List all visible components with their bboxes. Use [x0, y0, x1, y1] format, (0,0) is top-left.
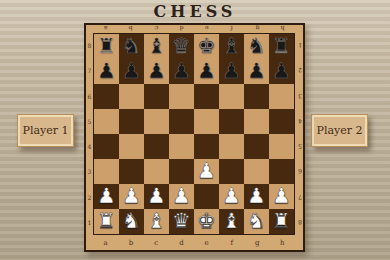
rank-label-8: 8: [295, 210, 305, 235]
square-f7[interactable]: ♟: [219, 59, 244, 84]
piece-black-bishop: ♝: [222, 34, 241, 59]
piece-black-rook: ♜: [97, 34, 116, 59]
square-d2[interactable]: ♟: [169, 184, 194, 209]
square-a4[interactable]: [94, 134, 119, 159]
file-label-e: e: [194, 25, 219, 33]
piece-black-pawn: ♟: [97, 59, 116, 84]
square-f4[interactable]: [219, 134, 244, 159]
square-a5[interactable]: [94, 109, 119, 134]
piece-white-pawn: ♟: [272, 184, 291, 209]
square-d1[interactable]: ♛: [169, 209, 194, 234]
square-d6[interactable]: [169, 84, 194, 109]
square-f5[interactable]: [219, 109, 244, 134]
file-label-a: a: [93, 236, 118, 249]
square-b5[interactable]: [119, 109, 144, 134]
rank-label-8: 8: [86, 33, 93, 58]
page-title: CHESS: [0, 2, 390, 21]
file-label-e: e: [194, 236, 219, 249]
square-e7[interactable]: ♟: [194, 59, 219, 84]
player2-label-box[interactable]: Player 2: [311, 114, 368, 147]
file-label-f: f: [219, 236, 244, 249]
piece-black-pawn: ♟: [147, 59, 166, 84]
square-h5[interactable]: [269, 109, 294, 134]
square-e4[interactable]: [194, 134, 219, 159]
square-c8[interactable]: ♝: [144, 34, 169, 59]
player1-label: Player 1: [23, 124, 69, 137]
piece-white-rook: ♜: [272, 209, 291, 234]
file-labels-top: abcdefgh: [93, 25, 295, 33]
square-g5[interactable]: [244, 109, 269, 134]
file-label-h: h: [270, 236, 295, 249]
file-label-h: h: [270, 25, 295, 33]
rank-label-1: 1: [295, 33, 305, 58]
square-g1[interactable]: ♞: [244, 209, 269, 234]
piece-black-pawn: ♟: [172, 59, 191, 84]
square-h6[interactable]: [269, 84, 294, 109]
square-g6[interactable]: [244, 84, 269, 109]
piece-white-pawn: ♟: [97, 184, 116, 209]
square-d5[interactable]: [169, 109, 194, 134]
rank-label-2: 2: [86, 185, 93, 210]
square-c7[interactable]: ♟: [144, 59, 169, 84]
rank-label-7: 7: [86, 58, 93, 83]
piece-black-pawn: ♟: [197, 59, 216, 84]
piece-black-pawn: ♟: [122, 59, 141, 84]
square-b6[interactable]: [119, 84, 144, 109]
piece-white-pawn: ♟: [247, 184, 266, 209]
square-a7[interactable]: ♟: [94, 59, 119, 84]
file-label-f: f: [219, 25, 244, 33]
square-b1[interactable]: ♞: [119, 209, 144, 234]
file-label-b: b: [118, 25, 143, 33]
square-h2[interactable]: ♟: [269, 184, 294, 209]
player1-label-box[interactable]: Player 1: [17, 114, 74, 147]
square-f1[interactable]: ♝: [219, 209, 244, 234]
piece-white-queen: ♛: [172, 209, 191, 234]
piece-white-pawn: ♟: [122, 184, 141, 209]
square-d7[interactable]: ♟: [169, 59, 194, 84]
square-h4[interactable]: [269, 134, 294, 159]
rank-labels-right: 12345678: [295, 33, 305, 235]
square-b3[interactable]: [119, 159, 144, 184]
rank-label-4: 4: [86, 134, 93, 159]
file-label-g: g: [245, 25, 270, 33]
piece-white-knight: ♞: [122, 209, 141, 234]
piece-white-king: ♚: [197, 209, 216, 234]
piece-black-bishop: ♝: [147, 34, 166, 59]
square-b7[interactable]: ♟: [119, 59, 144, 84]
piece-black-pawn: ♟: [247, 59, 266, 84]
square-d4[interactable]: [169, 134, 194, 159]
square-g3[interactable]: [244, 159, 269, 184]
square-h7[interactable]: ♟: [269, 59, 294, 84]
square-e6[interactable]: [194, 84, 219, 109]
player2-label: Player 2: [317, 124, 363, 137]
square-e3[interactable]: ♟: [194, 159, 219, 184]
piece-black-pawn: ♟: [272, 59, 291, 84]
square-f8[interactable]: ♝: [219, 34, 244, 59]
square-f6[interactable]: [219, 84, 244, 109]
square-g7[interactable]: ♟: [244, 59, 269, 84]
square-g8[interactable]: ♞: [244, 34, 269, 59]
square-c1[interactable]: ♝: [144, 209, 169, 234]
square-e1[interactable]: ♚: [194, 209, 219, 234]
square-g2[interactable]: ♟: [244, 184, 269, 209]
square-c6[interactable]: [144, 84, 169, 109]
square-h1[interactable]: ♜: [269, 209, 294, 234]
square-h3[interactable]: [269, 159, 294, 184]
rank-label-5: 5: [86, 109, 93, 134]
file-label-a: a: [93, 25, 118, 33]
square-c4[interactable]: [144, 134, 169, 159]
file-label-d: d: [169, 25, 194, 33]
piece-white-pawn: ♟: [197, 159, 216, 184]
square-a6[interactable]: [94, 84, 119, 109]
square-b4[interactable]: [119, 134, 144, 159]
square-a2[interactable]: ♟: [94, 184, 119, 209]
piece-black-queen: ♛: [172, 34, 191, 59]
rank-label-3: 3: [86, 159, 93, 184]
file-labels-bottom: abcdefgh: [93, 236, 295, 249]
square-a3[interactable]: [94, 159, 119, 184]
piece-white-pawn: ♟: [147, 184, 166, 209]
square-h8[interactable]: ♜: [269, 34, 294, 59]
piece-white-bishop: ♝: [222, 209, 241, 234]
board-grid: ♜♞♝♛♚♝♞♜♟♟♟♟♟♟♟♟♟♟♟♟♟♟♟♟♜♞♝♛♚♝♞♜: [93, 33, 295, 235]
square-f3[interactable]: [219, 159, 244, 184]
square-c5[interactable]: [144, 109, 169, 134]
rank-label-6: 6: [86, 84, 93, 109]
rank-label-7: 7: [295, 185, 305, 210]
file-label-c: c: [144, 236, 169, 249]
file-label-c: c: [144, 25, 169, 33]
piece-black-knight: ♞: [122, 34, 141, 59]
square-b2[interactable]: ♟: [119, 184, 144, 209]
chess-board: abcdefgh abcdefgh 87654321 12345678 ♜♞♝♛…: [84, 23, 305, 252]
square-a1[interactable]: ♜: [94, 209, 119, 234]
piece-black-king: ♚: [197, 34, 216, 59]
piece-white-rook: ♜: [97, 209, 116, 234]
piece-white-pawn: ♟: [222, 184, 241, 209]
file-label-d: d: [169, 236, 194, 249]
piece-white-pawn: ♟: [172, 184, 191, 209]
rank-label-4: 4: [295, 109, 305, 134]
rank-label-5: 5: [295, 134, 305, 159]
square-e2[interactable]: [194, 184, 219, 209]
piece-black-rook: ♜: [272, 34, 291, 59]
square-c3[interactable]: [144, 159, 169, 184]
square-b8[interactable]: ♞: [119, 34, 144, 59]
file-label-b: b: [118, 236, 143, 249]
piece-black-pawn: ♟: [222, 59, 241, 84]
rank-label-2: 2: [295, 58, 305, 83]
piece-white-bishop: ♝: [147, 209, 166, 234]
rank-labels-left: 87654321: [86, 33, 93, 235]
rank-label-1: 1: [86, 210, 93, 235]
file-label-g: g: [245, 236, 270, 249]
square-d3[interactable]: [169, 159, 194, 184]
rank-label-3: 3: [295, 84, 305, 109]
square-c2[interactable]: ♟: [144, 184, 169, 209]
square-d8[interactable]: ♛: [169, 34, 194, 59]
piece-white-knight: ♞: [247, 209, 266, 234]
square-e8[interactable]: ♚: [194, 34, 219, 59]
square-g4[interactable]: [244, 134, 269, 159]
rank-label-6: 6: [295, 159, 305, 184]
square-f2[interactable]: ♟: [219, 184, 244, 209]
chess-app: CHESS Player 1 Player 2 abcdefgh abcdefg…: [0, 0, 390, 260]
piece-black-knight: ♞: [247, 34, 266, 59]
square-e5[interactable]: [194, 109, 219, 134]
square-a8[interactable]: ♜: [94, 34, 119, 59]
